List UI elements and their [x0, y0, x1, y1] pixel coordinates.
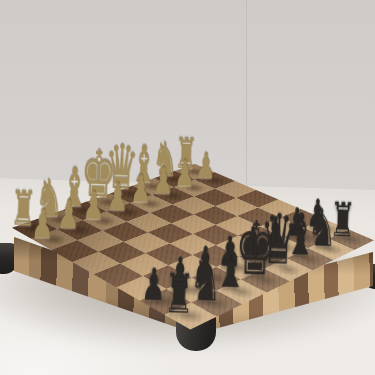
chess-board: ♜♟♟♜♞♟♟♞♝♟♟♝♛♟♟♛♚♟♟♚♝♟♟♝♞♟♟♞♜♟♟♜	[12, 164, 374, 330]
chess-set-photo: ♜♟♟♜♞♟♟♞♝♟♟♝♛♟♟♛♚♟♟♚♝♟♟♝♞♟♟♞♜♟♟♜	[0, 0, 375, 375]
piece-black-rook-h8: ♜	[148, 266, 210, 323]
board-3d-scene: ♜♟♟♜♞♟♟♞♝♟♟♝♛♟♟♛♚♟♟♚♝♟♟♝♞♟♟♞♜♟♟♜	[0, 0, 375, 375]
piece-brass-pawn-h2: ♟	[16, 203, 70, 245]
board-squares-grid: ♜♟♟♜♞♟♟♞♝♟♟♝♛♟♟♛♚♟♟♚♝♟♟♝♞♟♟♞♜♟♟♜	[12, 164, 374, 330]
